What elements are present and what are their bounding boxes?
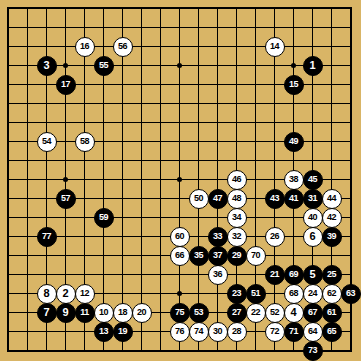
stone-move-number: 41 xyxy=(289,194,298,203)
stone-white-74: 74 xyxy=(189,322,209,342)
stone-white-8: 8 xyxy=(37,284,57,304)
stone-move-number: 36 xyxy=(213,270,222,279)
stone-move-number: 4 xyxy=(290,307,296,318)
stone-move-number: 3 xyxy=(43,60,49,71)
stone-move-number: 73 xyxy=(308,346,317,355)
stone-move-number: 22 xyxy=(251,308,260,317)
stone-move-number: 16 xyxy=(80,42,89,51)
stone-black-61: 61 xyxy=(322,303,342,323)
stone-white-34: 34 xyxy=(227,208,247,228)
stone-move-number: 13 xyxy=(99,327,108,336)
stone-move-number: 65 xyxy=(327,327,336,336)
stone-black-59: 59 xyxy=(94,208,114,228)
stone-black-7: 7 xyxy=(37,303,57,323)
stone-white-66: 66 xyxy=(170,246,190,266)
stone-move-number: 45 xyxy=(308,175,317,184)
stone-white-30: 30 xyxy=(208,322,228,342)
stone-move-number: 6 xyxy=(309,231,315,242)
stone-white-10: 10 xyxy=(94,303,114,323)
stone-black-23: 23 xyxy=(227,284,247,304)
stone-move-number: 40 xyxy=(308,213,317,222)
stone-move-number: 30 xyxy=(213,327,222,336)
stone-move-number: 7 xyxy=(43,307,49,318)
stone-white-60: 60 xyxy=(170,227,190,247)
stone-black-31: 31 xyxy=(303,189,323,209)
stone-move-number: 54 xyxy=(42,137,51,146)
stone-move-number: 48 xyxy=(232,194,241,203)
stone-move-number: 62 xyxy=(327,289,336,298)
grid-line-vertical xyxy=(274,8,275,351)
stone-move-number: 10 xyxy=(99,308,108,317)
stone-move-number: 25 xyxy=(327,270,336,279)
stone-black-15: 15 xyxy=(284,75,304,95)
stone-black-75: 75 xyxy=(170,303,190,323)
stone-move-number: 51 xyxy=(251,289,260,298)
stone-move-number: 34 xyxy=(232,213,241,222)
stone-move-number: 49 xyxy=(289,137,298,146)
star-point xyxy=(177,63,182,68)
stone-white-52: 52 xyxy=(265,303,285,323)
stone-white-6: 6 xyxy=(303,227,323,247)
stone-move-number: 20 xyxy=(137,308,146,317)
stone-black-71: 71 xyxy=(284,322,304,342)
stone-white-64: 64 xyxy=(303,322,323,342)
stone-white-2: 2 xyxy=(56,284,76,304)
stone-move-number: 29 xyxy=(232,251,241,260)
stone-move-number: 56 xyxy=(118,42,127,51)
stone-black-57: 57 xyxy=(56,189,76,209)
stone-black-65: 65 xyxy=(322,322,342,342)
stone-white-14: 14 xyxy=(265,37,285,57)
stone-black-3: 3 xyxy=(37,56,57,76)
stone-move-number: 1 xyxy=(309,60,315,71)
stone-move-number: 55 xyxy=(99,61,108,70)
stone-move-number: 24 xyxy=(308,289,317,298)
stone-white-72: 72 xyxy=(265,322,285,342)
stone-move-number: 46 xyxy=(232,175,241,184)
stone-white-38: 38 xyxy=(284,170,304,190)
star-point xyxy=(63,63,68,68)
stone-white-12: 12 xyxy=(75,284,95,304)
stone-move-number: 58 xyxy=(80,137,89,146)
stone-white-40: 40 xyxy=(303,208,323,228)
stone-move-number: 42 xyxy=(327,213,336,222)
stone-black-33: 33 xyxy=(208,227,228,247)
go-board-diagram: 1234567891011121314151617181920212223242… xyxy=(0,0,361,361)
stone-black-11: 11 xyxy=(75,303,95,323)
stone-black-49: 49 xyxy=(284,132,304,152)
star-point xyxy=(177,177,182,182)
stone-black-13: 13 xyxy=(94,322,114,342)
stone-move-number: 59 xyxy=(99,213,108,222)
stone-black-39: 39 xyxy=(322,227,342,247)
stone-move-number: 60 xyxy=(175,232,184,241)
stone-move-number: 61 xyxy=(327,308,336,317)
stone-move-number: 26 xyxy=(270,232,279,241)
stone-white-70: 70 xyxy=(246,246,266,266)
stone-white-32: 32 xyxy=(227,227,247,247)
stone-black-35: 35 xyxy=(189,246,209,266)
stone-move-number: 70 xyxy=(251,251,260,260)
stone-move-number: 50 xyxy=(194,194,203,203)
stone-move-number: 38 xyxy=(289,175,298,184)
stone-move-number: 21 xyxy=(270,270,279,279)
stone-black-21: 21 xyxy=(265,265,285,285)
stone-white-22: 22 xyxy=(246,303,266,323)
stone-white-36: 36 xyxy=(208,265,228,285)
stone-black-53: 53 xyxy=(189,303,209,323)
stone-white-68: 68 xyxy=(284,284,304,304)
stone-black-47: 47 xyxy=(208,189,228,209)
stone-move-number: 77 xyxy=(42,232,51,241)
stone-move-number: 33 xyxy=(213,232,222,241)
stone-move-number: 37 xyxy=(213,251,222,260)
grid-line-vertical xyxy=(198,8,199,351)
stone-move-number: 53 xyxy=(194,308,203,317)
stone-move-number: 32 xyxy=(232,232,241,241)
stone-black-25: 25 xyxy=(322,265,342,285)
stone-move-number: 39 xyxy=(327,232,336,241)
stone-move-number: 18 xyxy=(118,308,127,317)
star-point xyxy=(291,63,296,68)
stone-move-number: 12 xyxy=(80,289,89,298)
stone-move-number: 57 xyxy=(61,194,70,203)
stone-move-number: 68 xyxy=(289,289,298,298)
stone-white-4: 4 xyxy=(284,303,304,323)
stone-move-number: 71 xyxy=(289,327,298,336)
stone-move-number: 19 xyxy=(118,327,127,336)
stone-move-number: 28 xyxy=(232,327,241,336)
stone-white-54: 54 xyxy=(37,132,57,152)
stone-black-29: 29 xyxy=(227,246,247,266)
stone-move-number: 72 xyxy=(270,327,279,336)
stone-black-37: 37 xyxy=(208,246,228,266)
stone-move-number: 8 xyxy=(43,288,49,299)
stone-black-43: 43 xyxy=(265,189,285,209)
stone-white-50: 50 xyxy=(189,189,209,209)
stone-move-number: 75 xyxy=(175,308,184,317)
stone-black-5: 5 xyxy=(303,265,323,285)
stone-move-number: 31 xyxy=(308,194,317,203)
stone-move-number: 2 xyxy=(62,288,68,299)
stone-black-69: 69 xyxy=(284,265,304,285)
stone-black-51: 51 xyxy=(246,284,266,304)
stone-move-number: 47 xyxy=(213,194,222,203)
stone-white-18: 18 xyxy=(113,303,133,323)
stone-black-67: 67 xyxy=(303,303,323,323)
stone-white-44: 44 xyxy=(322,189,342,209)
stone-black-63: 63 xyxy=(341,284,361,304)
stone-move-number: 63 xyxy=(346,289,355,298)
stone-move-number: 43 xyxy=(270,194,279,203)
stone-black-77: 77 xyxy=(37,227,57,247)
stone-black-9: 9 xyxy=(56,303,76,323)
stone-white-28: 28 xyxy=(227,322,247,342)
stone-move-number: 27 xyxy=(232,308,241,317)
stone-move-number: 66 xyxy=(175,251,184,260)
stone-move-number: 5 xyxy=(309,269,315,280)
stone-white-76: 76 xyxy=(170,322,190,342)
stone-white-56: 56 xyxy=(113,37,133,57)
stone-move-number: 64 xyxy=(308,327,317,336)
stone-white-26: 26 xyxy=(265,227,285,247)
stone-move-number: 52 xyxy=(270,308,279,317)
stone-black-55: 55 xyxy=(94,56,114,76)
stone-black-45: 45 xyxy=(303,170,323,190)
stone-black-17: 17 xyxy=(56,75,76,95)
stone-black-1: 1 xyxy=(303,56,323,76)
stone-white-42: 42 xyxy=(322,208,342,228)
stone-move-number: 69 xyxy=(289,270,298,279)
stone-white-46: 46 xyxy=(227,170,247,190)
stone-move-number: 17 xyxy=(61,80,70,89)
grid-line-horizontal xyxy=(8,350,351,351)
stone-move-number: 74 xyxy=(194,327,203,336)
stone-white-20: 20 xyxy=(132,303,152,323)
stone-black-73: 73 xyxy=(303,341,323,361)
stone-white-58: 58 xyxy=(75,132,95,152)
stone-white-62: 62 xyxy=(322,284,342,304)
stone-move-number: 76 xyxy=(175,327,184,336)
stone-black-19: 19 xyxy=(113,322,133,342)
stone-move-number: 67 xyxy=(308,308,317,317)
star-point xyxy=(63,177,68,182)
stone-white-16: 16 xyxy=(75,37,95,57)
stone-move-number: 9 xyxy=(62,307,68,318)
stone-move-number: 15 xyxy=(289,80,298,89)
stone-move-number: 44 xyxy=(327,194,336,203)
stone-white-24: 24 xyxy=(303,284,323,304)
grid-line-horizontal xyxy=(8,217,351,218)
star-point xyxy=(177,291,182,296)
stone-move-number: 23 xyxy=(232,289,241,298)
stone-move-number: 35 xyxy=(194,251,203,260)
stone-move-number: 11 xyxy=(80,308,89,317)
stone-black-41: 41 xyxy=(284,189,304,209)
grid-line-vertical xyxy=(217,8,218,351)
stone-move-number: 14 xyxy=(270,42,279,51)
stone-white-48: 48 xyxy=(227,189,247,209)
stone-black-27: 27 xyxy=(227,303,247,323)
